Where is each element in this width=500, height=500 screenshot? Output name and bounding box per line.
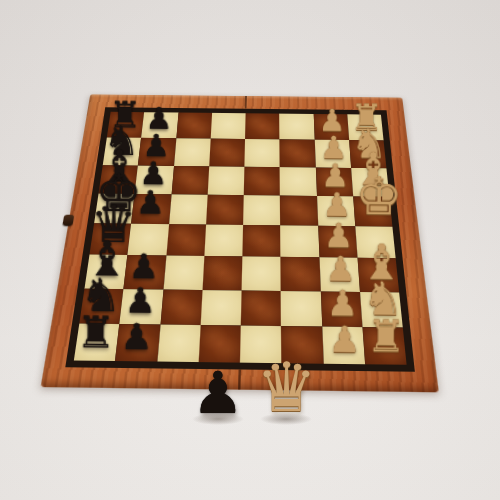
front-white-queen[interactable]: ♛ — [256, 354, 317, 422]
square-b3[interactable] — [281, 291, 322, 327]
square-g6[interactable] — [174, 138, 211, 166]
front-black-pawn[interactable]: ♟ — [192, 364, 244, 422]
square-b5[interactable] — [200, 290, 241, 326]
pawn-shadow — [192, 413, 244, 425]
square-d6[interactable] — [166, 224, 206, 256]
square-d3[interactable] — [280, 225, 319, 257]
black-rook[interactable]: ♜ — [75, 311, 117, 355]
white-queen-glyph: ♛ — [256, 354, 317, 422]
queen-shadow — [260, 413, 312, 425]
square-a6[interactable] — [157, 324, 201, 362]
white-pawn[interactable]: ♟ — [320, 252, 360, 287]
square-e7[interactable]: ♟ — [131, 194, 171, 224]
square-d5[interactable] — [204, 225, 243, 257]
square-e3[interactable] — [280, 195, 318, 226]
square-f4[interactable] — [244, 166, 280, 195]
square-c4[interactable] — [242, 257, 281, 291]
square-c3[interactable] — [281, 257, 321, 291]
square-a7[interactable]: ♟ — [115, 324, 160, 362]
white-pawn[interactable]: ♟ — [321, 286, 362, 322]
chess-board-3d: ♜♟♟♜♞♟♟♞♝♟♟♝♚♟♟♚♛♟♝♟♟♝♞♟♟♞♜♟♟♜ — [41, 94, 439, 392]
clasp — [62, 214, 74, 225]
board-frame: ♜♟♟♜♞♟♟♞♝♟♟♝♚♟♟♚♛♟♝♟♟♝♞♟♟♞♜♟♟♜ — [41, 94, 439, 392]
white-king[interactable]: ♚ — [355, 169, 393, 222]
square-a1[interactable]: ♜ — [362, 327, 406, 365]
photo-scene: ♜♟♟♜♞♟♟♞♝♟♟♝♚♟♟♚♛♟♝♟♟♝♞♟♟♞♜♟♟♜ ♟ ♛ — [0, 0, 500, 500]
square-e6[interactable] — [169, 194, 208, 224]
square-c5[interactable] — [202, 256, 242, 290]
square-d4[interactable] — [242, 225, 280, 257]
square-f3[interactable] — [280, 167, 317, 196]
fold-seam-top — [245, 96, 247, 109]
square-e4[interactable] — [243, 195, 280, 225]
square-a2[interactable]: ♟ — [322, 326, 365, 364]
board-grid: ♜♟♟♜♞♟♟♞♝♟♟♝♚♟♟♚♛♟♝♟♟♝♞♟♟♞♜♟♟♜ — [74, 112, 407, 365]
black-pawn[interactable]: ♟ — [124, 249, 163, 284]
square-h4[interactable] — [245, 113, 280, 139]
board-surface: ♜♟♟♜♞♟♟♞♝♟♟♝♚♟♟♚♛♟♝♟♟♝♞♟♟♞♜♟♟♜ — [65, 107, 415, 372]
black-pawn[interactable]: ♟ — [120, 283, 161, 319]
square-f6[interactable] — [171, 166, 209, 195]
square-h5[interactable] — [210, 113, 245, 139]
square-b4[interactable] — [241, 290, 281, 326]
square-g3[interactable] — [280, 140, 316, 168]
black-pawn[interactable]: ♟ — [116, 319, 158, 356]
white-pawn[interactable]: ♟ — [323, 322, 365, 359]
square-c6[interactable] — [163, 256, 204, 290]
square-f5[interactable] — [207, 166, 244, 195]
black-pawn[interactable]: ♟ — [132, 187, 169, 220]
square-g4[interactable] — [244, 139, 279, 167]
square-b6[interactable] — [160, 289, 202, 325]
white-rook[interactable]: ♜ — [364, 315, 406, 359]
square-a8[interactable]: ♜ — [74, 323, 120, 361]
square-h6[interactable] — [176, 113, 212, 139]
square-e5[interactable] — [206, 195, 244, 225]
square-g5[interactable] — [209, 139, 245, 167]
square-e1[interactable]: ♚ — [353, 196, 393, 227]
square-a5[interactable] — [198, 325, 240, 363]
square-h3[interactable] — [279, 114, 314, 140]
